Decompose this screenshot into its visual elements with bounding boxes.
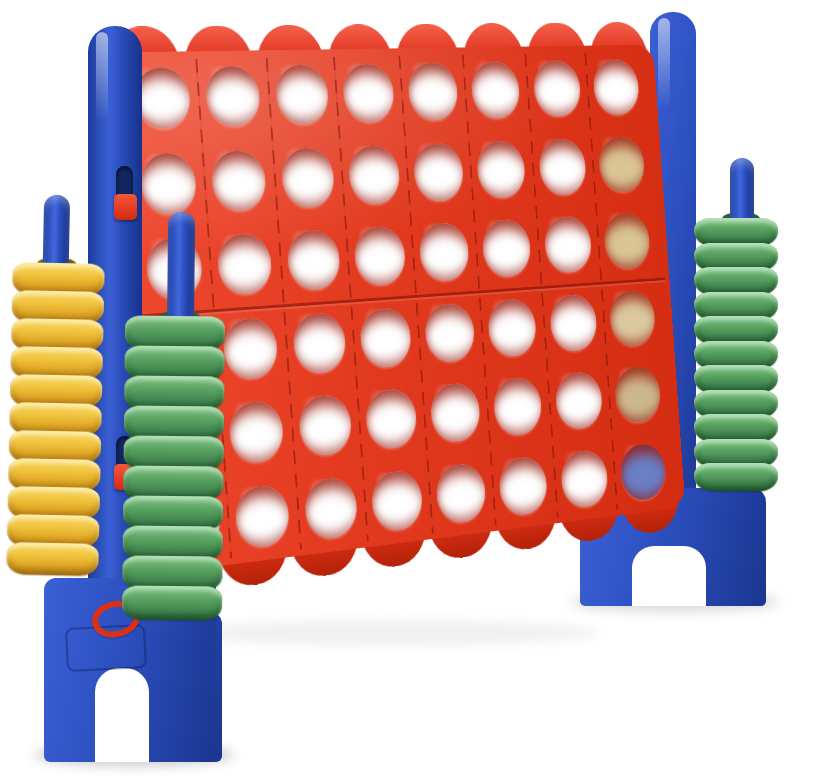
disc-green-right-green-7[interactable] [694,365,778,393]
cell-r2c8 [589,125,653,204]
cell-r4c7 [540,282,605,365]
cell-r6c5 [426,449,495,537]
hole-r5c2[interactable] [228,400,285,465]
hole-r4c6[interactable] [487,298,538,358]
cell-r2c4 [338,133,409,217]
hole-r6c6[interactable] [498,455,549,517]
hole-r6c4[interactable] [370,469,424,533]
hole-r1c5[interactable] [407,63,459,121]
cell-r6c3 [294,463,367,553]
hole-r6c8[interactable] [619,442,667,502]
cell-r5c5 [421,370,490,456]
hole-r1c2[interactable] [205,66,262,127]
hole-r6c5[interactable] [435,462,487,525]
cell-r2c7 [529,127,595,208]
hole-r4c3[interactable] [291,312,346,375]
cell-r2c5 [404,131,473,214]
cell-r5c3 [288,381,361,470]
stack-left-yellow-discs [6,262,105,576]
hole-r3c5[interactable] [418,222,470,282]
cell-r2c6 [468,129,535,211]
hole-r1c8[interactable] [592,59,640,115]
cell-r1c4 [333,52,404,135]
stack-left-yellow [6,194,106,596]
cell-r1c8 [584,48,648,126]
hole-r6c7[interactable] [559,448,608,509]
cell-r3c3 [277,217,350,304]
hole-r1c7[interactable] [532,61,582,118]
cell-r1c7 [524,49,590,128]
product-photo-scene [0,0,818,784]
hole-r2c6[interactable] [476,140,527,198]
hole-r3c7[interactable] [543,216,592,274]
cell-r6c2 [225,470,300,562]
cell-r4c6 [479,286,546,370]
cell-r3c8 [595,201,659,281]
hole-r3c4[interactable] [353,226,407,287]
cell-r3c7 [535,204,600,286]
hole-r4c4[interactable] [359,307,413,369]
hole-r5c8[interactable] [614,365,662,424]
hole-r3c8[interactable] [603,212,651,270]
cell-r4c3 [282,299,355,387]
hole-r1c3[interactable] [274,65,329,125]
cell-r3c6 [473,207,540,290]
hole-r2c5[interactable] [412,142,464,201]
hole-r1c4[interactable] [341,64,395,123]
disc-green-right-green-5[interactable] [694,316,778,344]
cell-r6c6 [490,443,557,529]
cell-r1c3 [265,53,338,137]
hole-r6c3[interactable] [303,476,358,541]
hole-r5c3[interactable] [297,394,352,458]
cell-r2c3 [271,135,344,221]
cell-r3c4 [344,214,415,299]
left-upright-highlight [96,32,108,122]
disc-green-mid-green-10[interactable] [122,585,222,620]
cell-r5c2 [219,387,294,478]
cell-r4c4 [350,295,421,382]
disc-green-right-green-1[interactable] [694,218,778,246]
hole-r2c8[interactable] [597,136,645,193]
hole-r4c8[interactable] [608,289,656,347]
hole-r5c6[interactable] [493,376,544,437]
cell-r5c4 [356,375,427,463]
cell-r5c8 [606,354,670,437]
disc-green-right-green-3[interactable] [694,267,778,295]
cell-r6c8 [611,430,674,514]
cell-r3c5 [410,210,479,294]
disc-yellow-left-yellow-11[interactable] [6,542,99,576]
disc-green-right-green-9[interactable] [694,414,778,442]
stack-mid-green-discs [122,315,225,620]
disc-green-right-green-11[interactable] [694,463,778,491]
floor-shadow-center [180,620,600,646]
right-upright-highlight [658,18,670,108]
hole-r2c3[interactable] [280,147,335,208]
hole-r3c3[interactable] [286,229,341,291]
cell-r1c2 [195,54,271,140]
hole-r2c7[interactable] [537,138,587,196]
hole-r5c5[interactable] [429,382,481,444]
hole-r2c2[interactable] [211,150,268,212]
stack-right-green [694,158,778,503]
cell-r2c2 [201,137,276,224]
hole-r2c4[interactable] [347,145,401,205]
cell-r5c7 [546,359,611,443]
hole-r4c5[interactable] [424,302,476,363]
hole-r5c7[interactable] [554,371,603,431]
cell-r1c5 [398,51,467,133]
cell-r6c4 [361,456,432,545]
cell-r6c7 [551,436,616,521]
cell-r4c5 [415,290,484,375]
hole-r3c6[interactable] [481,219,532,278]
hole-r5c4[interactable] [364,388,418,451]
cell-r5c6 [484,364,551,449]
cell-r4c8 [600,277,664,359]
hole-r1c6[interactable] [470,62,521,120]
right-leg-arch-cutout [632,546,706,606]
hole-r6c2[interactable] [234,483,291,549]
cell-r1c6 [462,50,529,131]
hole-r2c1[interactable] [139,152,198,215]
hole-r4c7[interactable] [548,293,597,352]
left-leg-arch-cutout [95,668,149,762]
hole-r4c2[interactable] [222,316,279,380]
stack-right-green-discs [694,218,778,491]
stack-mid-green [122,211,226,632]
